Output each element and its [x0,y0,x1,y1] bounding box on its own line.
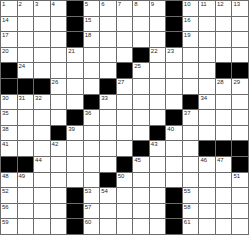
cell-r15c3[interactable] [34,219,50,234]
cell-r6c8[interactable]: 27 [117,79,133,94]
cell-r9c11[interactable]: 40 [166,126,182,141]
clue-number: 36 [85,110,92,117]
cell-r13c9[interactable] [133,188,149,203]
cell-r4c4[interactable] [51,48,67,63]
cell-r12c12[interactable] [183,173,199,188]
clue-number: 26 [52,79,59,86]
cell-r6c9[interactable] [133,79,149,94]
cell-r5c1 [1,63,17,78]
clue-number: 40 [167,126,174,133]
clue-number: 56 [2,204,9,211]
cell-r11c10[interactable] [150,157,166,172]
cell-r14c12[interactable]: 58 [183,204,199,219]
cell-r13c13[interactable] [199,188,215,203]
cell-r10c8[interactable] [117,141,133,156]
clue-number: 21 [68,48,75,55]
cell-r14c14[interactable] [216,204,232,219]
cell-r7c11[interactable] [166,95,182,110]
cell-r4c7[interactable] [100,48,116,63]
cell-r5c8 [117,63,133,78]
clue-number: 31 [19,95,26,102]
cell-r15c6[interactable]: 60 [84,219,100,234]
clue-number: 16 [184,17,191,24]
clue-number: 10 [184,1,191,8]
cell-r4c8[interactable] [117,48,133,63]
clue-number: 7 [118,1,121,8]
cell-r3c7[interactable] [100,32,116,47]
crossword-grid: 1234567891011121314151617181920212223242… [0,0,249,235]
clue-number: 45 [134,157,141,164]
cell-r5c9[interactable]: 25 [133,63,149,78]
cell-r5c2[interactable]: 24 [18,63,34,78]
cell-r6c4[interactable]: 26 [51,79,67,94]
cell-r9c9[interactable] [133,126,149,141]
cell-r1c6[interactable]: 5 [84,1,100,16]
cell-r2c3[interactable] [34,17,50,32]
cell-r6c15[interactable]: 29 [232,79,248,94]
cell-r5c14 [216,63,232,78]
cell-r12c15[interactable]: 51 [232,173,248,188]
clue-number: 15 [85,17,92,24]
cell-r15c7[interactable] [100,219,116,234]
cell-r9c10 [150,126,166,141]
cell-r14c1[interactable]: 56 [1,204,17,219]
cell-r9c8[interactable] [117,126,133,141]
cell-r14c15[interactable] [232,204,248,219]
clue-number: 12 [217,1,224,8]
cell-r8c6[interactable]: 36 [84,110,100,125]
cell-r3c3[interactable] [34,32,50,47]
cell-r6c2 [18,79,34,94]
clue-number: 35 [2,110,9,117]
cell-r9c12[interactable] [183,126,199,141]
cell-r11c2 [18,157,34,172]
cell-r1c14[interactable]: 12 [216,1,232,16]
cell-r10c5[interactable] [67,141,83,156]
cell-r11c14[interactable]: 47 [216,157,232,172]
clue-number: 34 [200,95,207,102]
cell-r3c2[interactable] [18,32,34,47]
cell-r13c8[interactable] [117,188,133,203]
cell-r11c5[interactable] [67,157,83,172]
cell-r3c10[interactable] [150,32,166,47]
cell-r2c1[interactable]: 14 [1,17,17,32]
clue-number: 41 [2,141,9,148]
cell-r1c11 [166,1,182,16]
cell-r4c14[interactable] [216,48,232,63]
cell-r2c11 [166,17,182,32]
cell-r8c9[interactable] [133,110,149,125]
clue-number: 28 [217,79,224,86]
clue-number: 53 [85,188,92,195]
cell-r10c7[interactable] [100,141,116,156]
cell-r8c12[interactable]: 37 [183,110,199,125]
clue-number: 44 [35,157,42,164]
cell-r4c15[interactable] [232,48,248,63]
cell-r9c3[interactable] [34,126,50,141]
cell-r2c5 [67,17,83,32]
cell-r12c13[interactable] [199,173,215,188]
clue-number: 47 [217,157,224,164]
cell-r12c9[interactable] [133,173,149,188]
clue-number: 20 [2,48,9,55]
clue-number: 11 [200,1,206,8]
cell-r12c8[interactable]: 50 [117,173,133,188]
cell-r9c6[interactable] [84,126,100,141]
cell-r12c4[interactable] [51,173,67,188]
cell-r11c11[interactable] [166,157,182,172]
cell-r2c12[interactable]: 16 [183,17,199,32]
cell-r6c10[interactable] [150,79,166,94]
cell-r2c6[interactable]: 15 [84,17,100,32]
cell-r6c11[interactable] [166,79,182,94]
cell-r13c7[interactable]: 54 [100,188,116,203]
cell-r14c9[interactable] [133,204,149,219]
cell-r6c13[interactable] [199,79,215,94]
cell-r13c14[interactable] [216,188,232,203]
clue-number: 17 [2,32,9,39]
cell-r1c3[interactable]: 3 [34,1,50,16]
cell-r2c8[interactable] [117,17,133,32]
cell-r15c10[interactable] [150,219,166,234]
cell-r1c15[interactable]: 13 [232,1,248,16]
cell-r13c11 [166,188,182,203]
cell-r10c10[interactable]: 43 [150,141,166,156]
cell-r4c6[interactable] [84,48,100,63]
clue-number: 46 [200,157,207,164]
cell-r3c6[interactable]: 18 [84,32,100,47]
cell-r4c11[interactable]: 23 [166,48,182,63]
cell-r8c14[interactable] [216,110,232,125]
clue-number: 38 [2,126,9,133]
cell-r1c4[interactable]: 4 [51,1,67,16]
cell-r1c10[interactable]: 9 [150,1,166,16]
cell-r15c4[interactable] [51,219,67,234]
cell-r13c6[interactable]: 53 [84,188,100,203]
cell-r15c1[interactable]: 59 [1,219,17,234]
cell-r7c5[interactable] [67,95,83,110]
cell-r10c2[interactable] [18,141,34,156]
cell-r8c3[interactable] [34,110,50,125]
cell-r14c10[interactable] [150,204,166,219]
clue-number: 48 [2,173,9,180]
cell-r15c2[interactable] [18,219,34,234]
cell-r8c11 [166,110,182,125]
cell-r12c3[interactable] [34,173,50,188]
cell-r3c15[interactable] [232,32,248,47]
cell-r2c10[interactable] [150,17,166,32]
clue-number: 43 [151,141,158,148]
cell-r11c7[interactable] [100,157,116,172]
cell-r3c12[interactable]: 19 [183,32,199,47]
cell-r12c10[interactable] [150,173,166,188]
cell-r1c2[interactable]: 2 [18,1,34,16]
cell-r1c7[interactable]: 6 [100,1,116,16]
cell-r13c3[interactable] [34,188,50,203]
cell-r7c10[interactable] [150,95,166,110]
clue-number: 49 [19,173,26,180]
cell-r1c13[interactable]: 11 [199,1,215,16]
cell-r13c10[interactable] [150,188,166,203]
cell-r5c15 [232,63,248,78]
cell-r9c1[interactable]: 38 [1,126,17,141]
cell-r4c1[interactable]: 20 [1,48,17,63]
cell-r12c6[interactable] [84,173,100,188]
cell-r14c11 [166,204,182,219]
cell-r4c13[interactable] [199,48,215,63]
cell-r14c2[interactable] [18,204,34,219]
cell-r11c4[interactable] [51,157,67,172]
cell-r11c12[interactable] [183,157,199,172]
cell-r7c4[interactable] [51,95,67,110]
cell-r7c9[interactable] [133,95,149,110]
clue-number: 24 [19,63,26,70]
cell-r13c4[interactable] [51,188,67,203]
clue-number: 58 [184,204,191,211]
clue-number: 1 [2,1,5,8]
cell-r14c4[interactable] [51,204,67,219]
cell-r6c14[interactable]: 28 [216,79,232,94]
cell-r3c14[interactable] [216,32,232,47]
cell-r3c4[interactable] [51,32,67,47]
cell-r10c13 [199,141,215,156]
cell-r8c8[interactable] [117,110,133,125]
cell-r8c13[interactable] [199,110,215,125]
cell-r6c7 [100,79,116,94]
cell-r14c3[interactable] [34,204,50,219]
cell-r2c2[interactable] [18,17,34,32]
cell-r12c11[interactable] [166,173,182,188]
cell-r11c9[interactable]: 45 [133,157,149,172]
clue-number: 5 [85,1,88,8]
cell-r11c6[interactable] [84,157,100,172]
cell-r8c15[interactable] [232,110,248,125]
cell-r7c15[interactable] [232,95,248,110]
clue-number: 25 [134,63,141,70]
cell-r14c13[interactable] [199,204,215,219]
cell-r12c14[interactable] [216,173,232,188]
clue-number: 13 [233,1,240,8]
cell-r4c9 [133,48,149,63]
cell-r5c7[interactable] [100,63,116,78]
clue-number: 33 [101,95,108,102]
cell-r15c12[interactable]: 61 [183,219,199,234]
cell-r3c9[interactable] [133,32,149,47]
clue-number: 3 [35,1,38,8]
clue-number: 37 [184,110,191,117]
clue-number: 42 [52,141,59,148]
cell-r12c5[interactable] [67,173,83,188]
cell-r6c1 [1,79,17,94]
clue-number: 4 [52,1,55,8]
cell-r9c7[interactable] [100,126,116,141]
clue-number: 14 [2,17,9,24]
cell-r5c12[interactable] [183,63,199,78]
cell-r15c8[interactable] [117,219,133,234]
clue-number: 61 [184,219,191,226]
cell-r6c12[interactable] [183,79,199,94]
cell-r10c6[interactable] [84,141,100,156]
cell-r5c11[interactable] [166,63,182,78]
clue-number: 9 [151,1,154,8]
cell-r2c7[interactable] [100,17,116,32]
cell-r6c3 [34,79,50,94]
cell-r5c6[interactable] [84,63,100,78]
cell-r5c5[interactable] [67,63,83,78]
clue-number: 51 [233,173,240,180]
cell-r12c7 [100,173,116,188]
cell-r14c5 [67,204,83,219]
cell-r5c3[interactable] [34,63,50,78]
cell-r14c7[interactable] [100,204,116,219]
cell-r8c2[interactable] [18,110,34,125]
cell-r10c14 [216,141,232,156]
cell-r9c14[interactable] [216,126,232,141]
cell-r10c12[interactable] [183,141,199,156]
clue-number: 6 [101,1,104,8]
cell-r4c2[interactable] [18,48,34,63]
clue-number: 30 [2,95,9,102]
clue-number: 22 [151,48,158,55]
cell-r7c8[interactable] [117,95,133,110]
clue-number: 18 [85,32,92,39]
cell-r10c3[interactable] [34,141,50,156]
cell-r10c1[interactable]: 41 [1,141,17,156]
cell-r1c9[interactable]: 8 [133,1,149,16]
cell-r8c5 [67,110,83,125]
cell-r3c8[interactable] [117,32,133,47]
cell-r9c5[interactable]: 39 [67,126,83,141]
cell-r13c1[interactable]: 52 [1,188,17,203]
clue-number: 8 [134,1,137,8]
cell-r10c4[interactable]: 42 [51,141,67,156]
cell-r7c6 [84,95,100,110]
cell-r9c13[interactable] [199,126,215,141]
cell-r7c2[interactable]: 31 [18,95,34,110]
cell-r12c2[interactable]: 49 [18,173,34,188]
cell-r4c12[interactable] [183,48,199,63]
cell-r1c1[interactable]: 1 [1,1,17,16]
cell-r6c6[interactable] [84,79,100,94]
cell-r15c9[interactable] [133,219,149,234]
cell-r15c14[interactable] [216,219,232,234]
clue-number: 32 [35,95,42,102]
cell-r15c5 [67,219,83,234]
cell-r3c5 [67,32,83,47]
clue-number: 55 [184,188,191,195]
cell-r15c13[interactable] [199,219,215,234]
cell-r2c9[interactable] [133,17,149,32]
cell-r5c4[interactable] [51,63,67,78]
cell-r11c13[interactable]: 46 [199,157,215,172]
cell-r2c15[interactable] [232,17,248,32]
cell-r7c1[interactable]: 30 [1,95,17,110]
cell-r9c4 [51,126,67,141]
cell-r9c2[interactable] [18,126,34,141]
clue-number: 52 [2,188,9,195]
clue-number: 59 [2,219,9,226]
cell-r7c12 [183,95,199,110]
cell-r1c8[interactable]: 7 [117,1,133,16]
clue-number: 27 [118,79,125,86]
cell-r12c1[interactable]: 48 [1,173,17,188]
cell-r7c14[interactable] [216,95,232,110]
cell-r2c4[interactable] [51,17,67,32]
cell-r9c15[interactable] [232,126,248,141]
cell-r2c13[interactable] [199,17,215,32]
cell-r14c8[interactable] [117,204,133,219]
cell-r10c11[interactable] [166,141,182,156]
cell-r10c15 [232,141,248,156]
cell-r11c15 [232,157,248,172]
cell-r8c4[interactable] [51,110,67,125]
clue-number: 60 [85,219,92,226]
cell-r15c11 [166,219,182,234]
cell-r13c5 [67,188,83,203]
cell-r3c11 [166,32,182,47]
clue-number: 29 [233,79,240,86]
cell-r14c6[interactable]: 57 [84,204,100,219]
cell-r1c12[interactable]: 10 [183,1,199,16]
cell-r8c7[interactable] [100,110,116,125]
cell-r3c1[interactable]: 17 [1,32,17,47]
cell-r7c13[interactable]: 34 [199,95,215,110]
cell-r8c1[interactable]: 35 [1,110,17,125]
clue-number: 57 [85,204,92,211]
cell-r11c1 [1,157,17,172]
cell-r6c5[interactable] [67,79,83,94]
cell-r7c3[interactable]: 32 [34,95,50,110]
cell-r7c7[interactable]: 33 [100,95,116,110]
cell-r11c8 [117,157,133,172]
cell-r13c2[interactable] [18,188,34,203]
cell-r4c3[interactable] [34,48,50,63]
cell-r15c15[interactable] [232,219,248,234]
cell-r8c10[interactable] [150,110,166,125]
cell-r5c13[interactable] [199,63,215,78]
cell-r13c15[interactable] [232,188,248,203]
cell-r5c10[interactable] [150,63,166,78]
clue-number: 2 [19,1,22,8]
clue-number: 54 [101,188,108,195]
cell-r4c10[interactable]: 22 [150,48,166,63]
cell-r13c12[interactable]: 55 [183,188,199,203]
clue-number: 39 [68,126,75,133]
cell-r4c5[interactable]: 21 [67,48,83,63]
clue-number: 50 [118,173,125,180]
cell-r1c5 [67,1,83,16]
clue-number: 19 [184,32,191,39]
cell-r2c14[interactable] [216,17,232,32]
cell-r11c3[interactable]: 44 [34,157,50,172]
cell-r3c13[interactable] [199,32,215,47]
cell-r10c9 [133,141,149,156]
clue-number: 23 [167,48,174,55]
